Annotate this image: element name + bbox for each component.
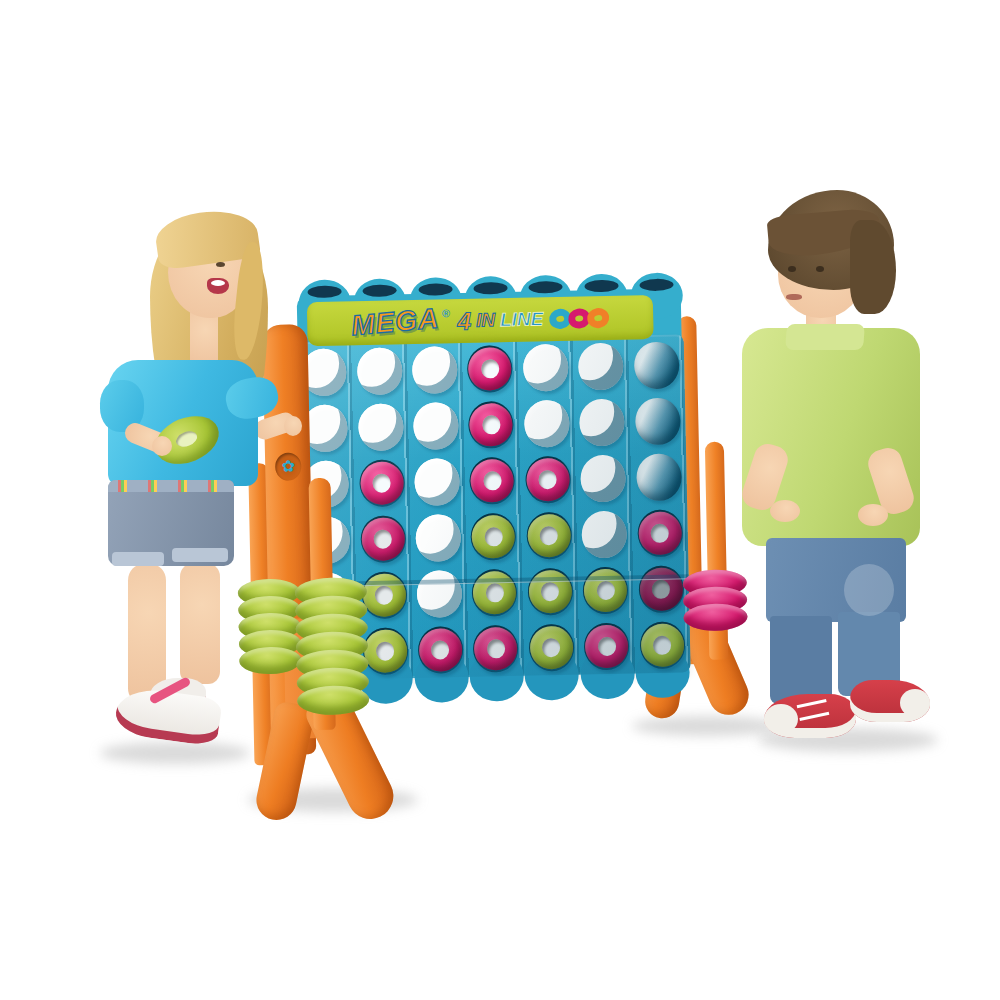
- cell-r5c6: [577, 561, 634, 618]
- disc-hole: [472, 568, 518, 616]
- cell-r4c4: [465, 508, 522, 565]
- cell-r3c4: [464, 452, 521, 509]
- boy-right-sneaker: [850, 680, 930, 722]
- empty-hole: [412, 346, 458, 394]
- cell-r4c6: [576, 505, 633, 562]
- cell-r1c7: [628, 336, 685, 393]
- drop-slot: [529, 281, 563, 294]
- cell-r3c7: [630, 448, 687, 505]
- boy-left-sneaker-laces: [797, 699, 830, 721]
- cell-r5c3: [411, 565, 468, 622]
- cell-r2c3: [408, 397, 465, 454]
- cell-r1c3: [406, 341, 463, 398]
- cell-r2c2: [352, 398, 409, 455]
- empty-hole: [579, 398, 625, 446]
- disc-center-hole: [374, 529, 392, 548]
- disc-center-hole: [652, 579, 670, 598]
- boy-right-sneaker-toe: [900, 689, 930, 717]
- disc-hole: [418, 626, 464, 674]
- girl-figure: [88, 212, 288, 772]
- cell-r4c2: [355, 510, 412, 567]
- drop-slot: [639, 279, 673, 292]
- cell-r5c4: [467, 564, 524, 621]
- cell-r2c4: [463, 396, 520, 453]
- pink-disc: [639, 567, 683, 611]
- empty-hole: [578, 342, 624, 390]
- empty-hole: [414, 458, 460, 506]
- orange-ring-icon: [586, 306, 611, 329]
- disc-center-hole: [481, 359, 499, 378]
- empty-hole: [415, 514, 461, 562]
- cell-r2c6: [574, 393, 631, 450]
- boy-figure: [722, 186, 937, 758]
- boy-mouth: [786, 294, 802, 300]
- cell-r2c5: [518, 395, 575, 452]
- drop-slot: [363, 284, 397, 297]
- girl-denim-shorts: [108, 480, 234, 566]
- pink-disc: [360, 461, 404, 505]
- banner-rings: [552, 308, 609, 329]
- cell-r3c5: [520, 451, 577, 508]
- disc-hole: [526, 511, 572, 559]
- disc-hole: [639, 621, 685, 669]
- disc-center-hole: [484, 527, 502, 546]
- drop-slot: [307, 285, 341, 298]
- boy-polo-collar: [785, 324, 865, 350]
- disc-center-hole: [596, 580, 614, 599]
- girl-teeth: [211, 280, 225, 286]
- disc-center-hole: [540, 525, 558, 544]
- green-disc: [473, 570, 517, 614]
- disc-center-hole: [539, 470, 557, 489]
- pink-disc: [419, 628, 463, 672]
- disc-hole: [638, 565, 684, 613]
- cell-r4c7: [631, 504, 688, 561]
- disc-hole: [467, 344, 513, 392]
- green-disc: [528, 569, 572, 613]
- empty-hole: [580, 454, 626, 502]
- cell-r3c2: [353, 454, 410, 511]
- drop-slot: [473, 282, 507, 295]
- drop-slot: [418, 283, 452, 296]
- green-disc: [584, 568, 628, 612]
- pink-disc: [468, 346, 512, 390]
- disc-center-hole: [483, 471, 501, 490]
- girl-right-hand: [284, 416, 302, 436]
- title-banner: MEGA ® 4 IN LINE: [307, 295, 654, 346]
- boy-right-eye: [816, 266, 824, 272]
- disc-hole: [584, 622, 630, 670]
- empty-hole: [358, 403, 404, 451]
- cell-r4c3: [410, 509, 467, 566]
- disc-hole: [471, 512, 517, 560]
- green-disc: [527, 513, 571, 557]
- disc-center-hole: [431, 640, 449, 659]
- girl-shorts-cuff-right: [172, 548, 228, 562]
- disc-hole: [469, 456, 515, 504]
- disc-center-hole: [376, 641, 394, 660]
- empty-hole: [634, 397, 680, 445]
- disc-center-hole: [653, 635, 671, 654]
- girl-belt: [108, 480, 234, 492]
- girl-shorts-cuff-left: [112, 552, 164, 566]
- green-disc: [640, 623, 684, 667]
- title-word-line: LINE: [500, 308, 544, 331]
- disc-hole: [637, 509, 683, 557]
- pink-disc: [474, 626, 518, 670]
- cell-r1c2: [351, 342, 408, 399]
- title-word-4: 4: [457, 306, 472, 335]
- pink-disc: [469, 402, 513, 446]
- cell-r2c7: [629, 392, 686, 449]
- boy-left-jean-leg: [770, 616, 832, 704]
- cell-r3c6: [575, 449, 632, 506]
- cell-r1c6: [573, 337, 630, 394]
- drop-slot: [584, 280, 618, 293]
- disc-center-hole: [482, 415, 500, 434]
- boy-knee-highlight: [844, 564, 894, 616]
- pink-disc: [361, 517, 405, 561]
- disc-center-hole: [651, 523, 669, 542]
- disc-center-hole: [486, 583, 504, 602]
- disc-center-hole: [598, 636, 616, 655]
- green-storage-ring: [297, 685, 370, 716]
- empty-hole: [356, 347, 402, 395]
- disc-center-hole: [487, 639, 505, 658]
- green-disc-stack-front: [293, 577, 372, 716]
- pink-disc: [470, 458, 514, 502]
- cell-r5c5: [522, 563, 579, 620]
- disc-hole: [359, 459, 405, 507]
- disc-hole: [525, 455, 571, 503]
- brand-logo: MEGA: [350, 302, 441, 342]
- empty-hole: [416, 570, 462, 618]
- cell-r3c3: [409, 453, 466, 510]
- held-disc-hole: [174, 428, 200, 449]
- disc-hole: [473, 624, 519, 672]
- pink-disc: [585, 624, 629, 668]
- cell-r1c5: [517, 339, 574, 396]
- boy-left-hand: [770, 500, 800, 522]
- cell-r6c3: [412, 621, 469, 678]
- disc-hole: [360, 515, 406, 563]
- green-disc: [529, 625, 573, 669]
- registered-mark: ®: [442, 307, 450, 319]
- boy-left-sneaker: [764, 694, 856, 738]
- disc-hole: [528, 623, 574, 671]
- girl-right-leg: [180, 562, 220, 684]
- cell-r1c4: [462, 340, 519, 397]
- empty-hole: [633, 341, 679, 389]
- cell-r6c4: [468, 620, 525, 677]
- green-disc: [472, 514, 516, 558]
- girl-neck: [190, 310, 218, 366]
- pink-disc: [526, 457, 570, 501]
- empty-hole: [581, 510, 627, 558]
- disc-hole: [468, 400, 514, 448]
- cell-r4c5: [521, 507, 578, 564]
- empty-hole: [522, 343, 568, 391]
- title-word-in: IN: [476, 309, 495, 331]
- giant-connect-four-unit: MEGA ® 4 IN LINE ✿: [224, 262, 796, 834]
- product-photo: MEGA ® 4 IN LINE ✿: [0, 0, 1000, 1000]
- empty-hole: [413, 402, 459, 450]
- boy-left-sneaker-toe: [764, 704, 798, 734]
- cell-r6c6: [578, 617, 635, 674]
- disc-center-hole: [541, 581, 559, 600]
- disc-hole: [583, 566, 629, 614]
- girl-eye: [216, 262, 225, 267]
- boy-left-eye: [788, 266, 796, 272]
- disc-hole: [527, 567, 573, 615]
- disc-center-hole: [372, 473, 390, 492]
- disc-center-hole: [375, 585, 393, 604]
- empty-hole: [636, 453, 682, 501]
- disc-center-hole: [542, 637, 560, 656]
- pink-disc: [638, 511, 682, 555]
- cell-r6c5: [523, 619, 580, 676]
- girl-left-hand: [152, 436, 172, 456]
- boy-right-hand: [858, 504, 888, 526]
- empty-hole: [524, 399, 570, 447]
